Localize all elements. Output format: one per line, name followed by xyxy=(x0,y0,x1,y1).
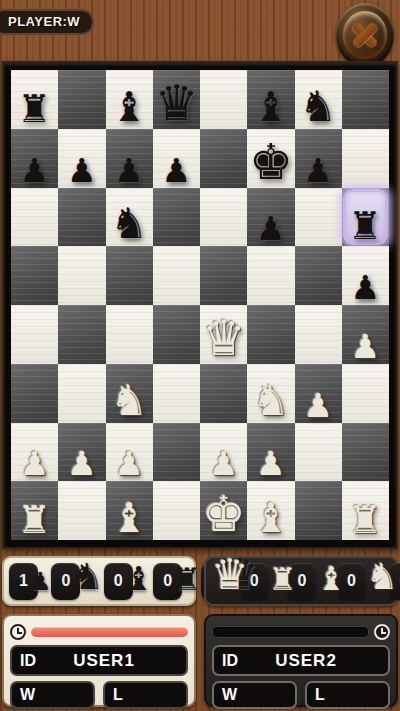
black-rook-icon: ♜ xyxy=(173,564,201,595)
square-b5[interactable] xyxy=(58,246,105,305)
player1-id-row[interactable]: ID USER1 xyxy=(10,645,188,676)
square-e5[interactable] xyxy=(200,246,247,305)
square-a7[interactable]: ♟ xyxy=(11,129,58,188)
square-f3[interactable]: ♞ xyxy=(247,364,294,423)
player1-win-box: W xyxy=(10,681,95,709)
square-c4[interactable] xyxy=(106,305,153,364)
square-e6[interactable] xyxy=(200,188,247,247)
square-b6[interactable] xyxy=(58,188,105,247)
black-knight[interactable]: ♞ xyxy=(299,86,337,128)
white-pawn[interactable]: ♟ xyxy=(303,389,333,422)
white-rook[interactable]: ♜ xyxy=(348,501,382,539)
chess-board-frame: ♜♝♛♝♞♟♟♟♟♚♟♞♟♜♟♛♟♞♞♟♟♟♟♟♟♜♝♚♝♜ xyxy=(2,61,398,549)
square-e1[interactable]: ♚ xyxy=(200,481,247,540)
square-b3[interactable] xyxy=(58,364,105,423)
white-knight[interactable]: ♞ xyxy=(110,380,148,422)
player-turn-badge: PLAYER:W xyxy=(0,9,94,35)
square-d4[interactable] xyxy=(153,305,200,364)
square-b7[interactable]: ♟ xyxy=(58,129,105,188)
square-a8[interactable]: ♜ xyxy=(11,70,58,129)
square-a4[interactable] xyxy=(11,305,58,364)
black-pawn[interactable]: ♟ xyxy=(20,154,50,187)
id-label: ID xyxy=(12,652,36,670)
clock-icon xyxy=(374,624,390,640)
black-bishop-icon: ♝ xyxy=(124,562,154,595)
square-g2[interactable] xyxy=(295,423,342,482)
black-pawn[interactable]: ♟ xyxy=(256,212,286,245)
white-bishop[interactable]: ♝ xyxy=(252,498,289,539)
player1-timer-bar xyxy=(31,627,188,637)
player2-id-row[interactable]: ID USER2 xyxy=(212,645,390,676)
player2-timer-bar xyxy=(212,626,369,638)
white-queen-icon: ♛ xyxy=(211,554,249,596)
square-f7[interactable]: ♚ xyxy=(247,129,294,188)
white-pawn[interactable]: ♟ xyxy=(20,447,50,480)
player1-name: USER1 xyxy=(36,651,186,671)
square-e2[interactable]: ♟ xyxy=(200,423,247,482)
square-h3[interactable] xyxy=(342,364,389,423)
square-d8[interactable]: ♛ xyxy=(153,70,200,129)
square-h1[interactable]: ♜ xyxy=(342,481,389,540)
white-queen[interactable]: ♛ xyxy=(202,314,246,363)
square-a6[interactable] xyxy=(11,188,58,247)
black-pawn-icon: ♟ xyxy=(29,569,51,594)
white-bishop[interactable]: ♝ xyxy=(111,498,148,539)
black-rook[interactable]: ♜ xyxy=(348,207,382,245)
square-g6[interactable] xyxy=(295,188,342,247)
player1-panel: ID USER1 W L xyxy=(2,614,196,707)
white-pawn[interactable]: ♟ xyxy=(67,447,97,480)
white-rook[interactable]: ♜ xyxy=(18,501,52,539)
captured-black-bishop-unit: 0♝ xyxy=(104,563,154,600)
player2-loss-box: L xyxy=(305,681,390,709)
square-g5[interactable] xyxy=(295,246,342,305)
black-pawn[interactable]: ♟ xyxy=(351,271,381,304)
square-h4[interactable]: ♟ xyxy=(342,305,389,364)
square-b8[interactable] xyxy=(58,70,105,129)
player2-panel: ID USER2 W L xyxy=(204,614,398,707)
square-e8[interactable] xyxy=(200,70,247,129)
white-knight-icon: ♞ xyxy=(366,559,398,595)
square-d7[interactable]: ♟ xyxy=(153,129,200,188)
square-g1[interactable] xyxy=(295,481,342,540)
white-rook-icon: ♜ xyxy=(269,564,297,595)
square-g3[interactable]: ♟ xyxy=(295,364,342,423)
black-pawn[interactable]: ♟ xyxy=(67,154,97,187)
white-bishop-icon: ♝ xyxy=(316,562,346,595)
square-f6[interactable]: ♟ xyxy=(247,188,294,247)
square-c2[interactable]: ♟ xyxy=(106,423,153,482)
black-bishop[interactable]: ♝ xyxy=(111,87,148,128)
white-pawn[interactable]: ♟ xyxy=(256,447,286,480)
square-g7[interactable]: ♟ xyxy=(295,129,342,188)
captured-white-queen-unit: ♛0 xyxy=(211,563,269,600)
square-h7[interactable] xyxy=(342,129,389,188)
square-b2[interactable]: ♟ xyxy=(58,423,105,482)
captured-white-rook-unit: ♜0 xyxy=(269,563,317,600)
square-d6[interactable] xyxy=(153,188,200,247)
square-e7[interactable] xyxy=(200,129,247,188)
captured-white-knight-unit: ♞0 xyxy=(366,563,400,600)
player2-win-box: W xyxy=(212,681,297,709)
captured-black-knight-unit: 0♞ xyxy=(51,563,103,600)
close-icon xyxy=(343,11,387,59)
square-h5[interactable]: ♟ xyxy=(342,246,389,305)
square-c5[interactable] xyxy=(106,246,153,305)
black-pawn[interactable]: ♟ xyxy=(162,154,192,187)
square-d1[interactable] xyxy=(153,481,200,540)
square-h8[interactable] xyxy=(342,70,389,129)
captured-white-bishop-unit: ♝0 xyxy=(316,563,366,600)
chess-board: ♜♝♛♝♞♟♟♟♟♚♟♞♟♜♟♛♟♞♞♟♟♟♟♟♟♜♝♚♝♜ xyxy=(11,70,389,540)
captured-black-rook-unit: 0♜ xyxy=(153,563,201,600)
square-a2[interactable]: ♟ xyxy=(11,423,58,482)
black-rook[interactable]: ♜ xyxy=(18,90,52,128)
square-d5[interactable] xyxy=(153,246,200,305)
square-e4[interactable]: ♛ xyxy=(200,305,247,364)
black-pawn[interactable]: ♟ xyxy=(114,154,144,187)
square-f1[interactable]: ♝ xyxy=(247,481,294,540)
square-f4[interactable] xyxy=(247,305,294,364)
square-h2[interactable] xyxy=(342,423,389,482)
square-b1[interactable] xyxy=(58,481,105,540)
square-a3[interactable] xyxy=(11,364,58,423)
black-pawn[interactable]: ♟ xyxy=(303,154,333,187)
square-e3[interactable] xyxy=(200,364,247,423)
clock-icon xyxy=(10,624,26,640)
close-button[interactable] xyxy=(336,3,394,67)
black-knight[interactable]: ♞ xyxy=(110,203,148,245)
square-c3[interactable]: ♞ xyxy=(106,364,153,423)
square-a1[interactable]: ♜ xyxy=(11,481,58,540)
white-king[interactable]: ♚ xyxy=(202,490,246,539)
captured-tray-white-pieces: ♛0♜0♝0♞0♟1 xyxy=(204,556,398,606)
captured-tray-black-pieces: 1♟0♞0♝0♜0♛ xyxy=(2,556,196,606)
id-label: ID xyxy=(214,652,238,670)
white-knight[interactable]: ♞ xyxy=(252,380,290,422)
white-pawn[interactable]: ♟ xyxy=(351,330,381,363)
square-c6[interactable]: ♞ xyxy=(106,188,153,247)
player1-loss-box: L xyxy=(103,681,188,709)
square-g8[interactable]: ♞ xyxy=(295,70,342,129)
black-queen[interactable]: ♛ xyxy=(154,79,198,128)
white-pawn[interactable]: ♟ xyxy=(209,447,239,480)
square-g4[interactable] xyxy=(295,305,342,364)
square-h6[interactable]: ♜ xyxy=(342,188,389,247)
square-f8[interactable]: ♝ xyxy=(247,70,294,129)
square-c8[interactable]: ♝ xyxy=(106,70,153,129)
square-f2[interactable]: ♟ xyxy=(247,423,294,482)
square-c7[interactable]: ♟ xyxy=(106,129,153,188)
black-bishop[interactable]: ♝ xyxy=(252,87,289,128)
captured-black-pawn-unit: 1♟ xyxy=(9,563,51,600)
player2-name: USER2 xyxy=(238,651,388,671)
square-a5[interactable] xyxy=(11,246,58,305)
square-d2[interactable] xyxy=(153,423,200,482)
square-b4[interactable] xyxy=(58,305,105,364)
black-knight-icon: ♞ xyxy=(71,559,103,595)
black-king[interactable]: ♚ xyxy=(249,138,293,187)
square-f5[interactable] xyxy=(247,246,294,305)
square-c1[interactable]: ♝ xyxy=(106,481,153,540)
white-pawn[interactable]: ♟ xyxy=(114,447,144,480)
square-d3[interactable] xyxy=(153,364,200,423)
